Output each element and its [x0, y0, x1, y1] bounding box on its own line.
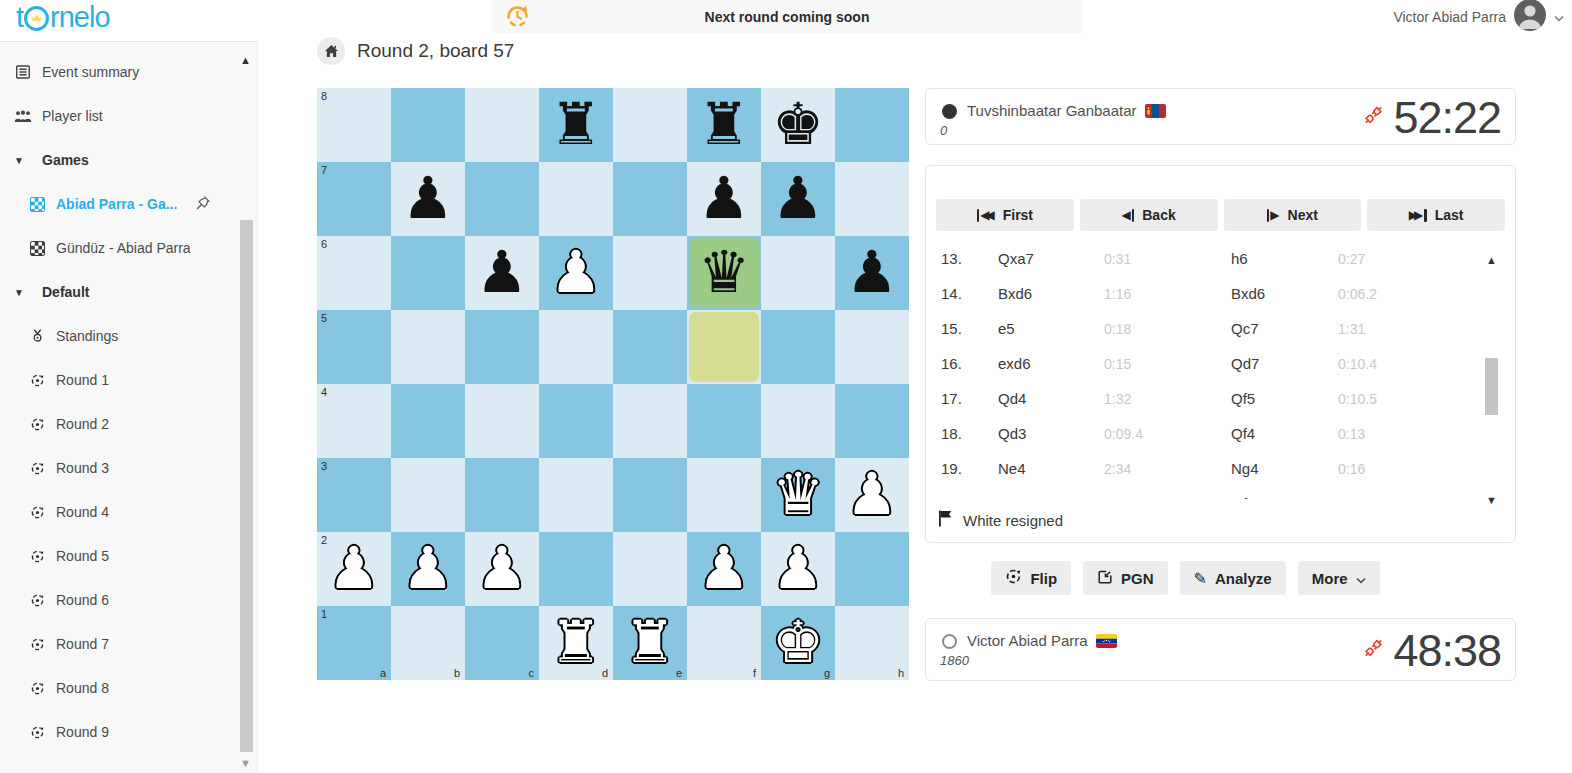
chevron-down-icon	[1554, 8, 1564, 26]
mongolia-flag-icon	[1145, 104, 1166, 118]
square-a5[interactable]: 5	[317, 310, 391, 384]
black-move[interactable]: Ng4	[1231, 460, 1338, 477]
move-number: 15.	[941, 320, 998, 337]
game-panel: Tuvshinbaatar Ganbaatar 0	[925, 88, 1516, 681]
black-move-time: 0:06.2	[1338, 286, 1505, 302]
scroll-down-icon[interactable]: ▼	[240, 757, 251, 769]
white-move[interactable]: Bxd6	[998, 285, 1104, 302]
sidebar-section-default[interactable]: ▼ Default	[0, 270, 257, 314]
sidebar-item-round-3[interactable]: Round 3	[0, 446, 257, 490]
file-label: h	[898, 667, 904, 679]
pgn-button[interactable]: PGN	[1083, 561, 1168, 595]
white-player-rating: 1860	[940, 653, 969, 668]
white-move-time: 0:09.4	[1104, 426, 1231, 442]
white-move[interactable]: Qd3	[998, 425, 1104, 442]
file-label: g	[824, 667, 830, 679]
rank-label: 6	[321, 238, 327, 250]
sidebar-item-round-8[interactable]: Round 8	[0, 666, 257, 710]
sidebar-item-round-6[interactable]: Round 6	[0, 578, 257, 622]
more-button[interactable]: More	[1298, 561, 1380, 595]
square-c7[interactable]	[465, 162, 539, 236]
square-d6[interactable]: ♟	[539, 236, 613, 310]
square-d4[interactable]	[539, 384, 613, 458]
square-e8[interactable]	[613, 88, 687, 162]
white-pawn-d6: ♟	[539, 236, 613, 310]
black-pawn-b7: ♟	[391, 162, 465, 236]
black-move[interactable]: Bxd6	[1231, 285, 1338, 302]
square-a3[interactable]: 3	[317, 458, 391, 532]
black-player-rating: 0	[940, 123, 947, 138]
move-row: 19.Ne42:34Ng40:16	[936, 451, 1505, 486]
move-row: 14.Bxd61:16Bxd60:06.2	[936, 276, 1505, 311]
move-number: 19.	[941, 460, 998, 477]
black-rook-d8: ♜	[539, 88, 613, 162]
square-a8[interactable]: 8	[317, 88, 391, 162]
black-move-time: 0:48	[1338, 496, 1505, 500]
square-h5[interactable]	[835, 310, 909, 384]
scrollbar-thumb[interactable]	[1485, 358, 1498, 415]
square-e2[interactable]	[613, 532, 687, 606]
back-icon: ◀	[1122, 209, 1135, 222]
move-number: 20.	[941, 495, 998, 499]
white-move-time: 1:32	[1104, 391, 1231, 407]
black-player-name: Tuvshinbaatar Ganbaatar	[967, 102, 1166, 119]
square-b6[interactable]	[391, 236, 465, 310]
black-move[interactable]: h6	[1231, 250, 1338, 267]
first-icon: ◀◀	[977, 209, 995, 222]
square-b2[interactable]: ♟	[391, 532, 465, 606]
square-h7[interactable]	[835, 162, 909, 236]
round-icon	[28, 681, 46, 696]
event-summary-icon	[14, 64, 32, 80]
round-icon	[28, 549, 46, 564]
square-c8[interactable]	[465, 88, 539, 162]
black-pawn-f7: ♟	[687, 162, 761, 236]
move-row: 18.Qd30:09.4Qf40:13	[936, 416, 1505, 451]
action-buttons: Flip PGN ✎ Analyze More	[890, 561, 1481, 595]
user-menu[interactable]: Victor Abiad Parra	[1393, 0, 1564, 33]
medal-icon	[28, 328, 46, 344]
scroll-up-icon[interactable]: ▲	[240, 54, 251, 66]
square-a6[interactable]: 6	[317, 236, 391, 310]
square-h3[interactable]: ♟	[835, 458, 909, 532]
white-move-time: 0:31	[1104, 251, 1231, 267]
square-g8[interactable]: ♚	[761, 88, 835, 162]
page: trnelo Next round coming soon Victor Abi…	[0, 0, 1572, 773]
square-d7[interactable]	[539, 162, 613, 236]
square-b8[interactable]	[391, 88, 465, 162]
square-g7[interactable]: ♟	[761, 162, 835, 236]
avatar[interactable]	[1514, 0, 1546, 35]
square-f2[interactable]: ♟	[687, 532, 761, 606]
banner-text: Next round coming soon	[705, 9, 870, 25]
square-d3[interactable]	[539, 458, 613, 532]
pin-icon[interactable]	[195, 195, 211, 214]
square-f6[interactable]: ♛	[687, 236, 761, 310]
white-clock-time: 48:38	[1393, 627, 1501, 672]
user-name: Victor Abiad Parra	[1393, 9, 1506, 25]
black-move[interactable]: Qf5	[1231, 390, 1338, 407]
white-player-card: Victor Abiad Parra 1860	[925, 618, 1516, 681]
white-pawn-f2: ♟	[687, 532, 761, 606]
white-pawn-a2: ♟	[317, 532, 391, 606]
triangle-expanded-icon: ▼	[14, 287, 32, 298]
square-a1[interactable]: 1a	[317, 606, 391, 680]
file-label: b	[454, 667, 460, 679]
round-icon	[28, 461, 46, 476]
next-icon: ▶	[1267, 209, 1280, 222]
black-pawn-h6: ♟	[835, 236, 909, 310]
player-list-icon	[14, 110, 32, 123]
square-c2[interactable]: ♟	[465, 532, 539, 606]
square-d8[interactable]: ♜	[539, 88, 613, 162]
pgn-export-icon	[1097, 569, 1113, 588]
square-e6[interactable]	[613, 236, 687, 310]
game-result: White resigned	[938, 510, 1063, 530]
flip-icon	[1005, 568, 1022, 588]
square-f1[interactable]: f	[687, 606, 761, 680]
analyze-button[interactable]: ✎ Analyze	[1180, 561, 1286, 595]
sidebar-item-game-abiad-parra-ganbaatar[interactable]: Abiad Parra - Ga...	[0, 182, 257, 226]
sidebar-item-event-summary[interactable]: Event summary	[0, 50, 257, 94]
last-move-highlight	[689, 312, 759, 382]
black-move-time: 0:10.5	[1338, 391, 1505, 407]
square-h6[interactable]: ♟	[835, 236, 909, 310]
next-round-banner: Next round coming soon	[492, 0, 1082, 33]
rank-label: 7	[321, 164, 327, 176]
chess-board: 8♜♜♚7♟♟♟6♟♟♛♟543♛♟2♟♟♟♟♟1abcd♜e♜fg♚h	[317, 88, 909, 680]
white-move-time: 0:18	[1104, 321, 1231, 337]
sidebar-scrollbar[interactable]: ▲ ▼	[239, 42, 254, 773]
square-b4[interactable]	[391, 384, 465, 458]
move-navigation: ◀◀ First ◀ Back ▶ Next ▶▶ Last	[936, 186, 1505, 231]
refresh-clock-icon	[504, 3, 531, 34]
venezuela-flag-icon	[1096, 634, 1117, 648]
rank-label: 3	[321, 460, 327, 472]
result-text: White resigned	[963, 512, 1063, 529]
sidebar-item-round-1[interactable]: Round 1	[0, 358, 257, 402]
first-move-button[interactable]: ◀◀ First	[936, 199, 1074, 231]
sidebar-item-round-5[interactable]: Round 5	[0, 534, 257, 578]
black-move[interactable]: Qf4	[1231, 425, 1338, 442]
square-h1[interactable]: h	[835, 606, 909, 680]
square-g1[interactable]: g♚	[761, 606, 835, 680]
move-row: 20.Qg33:44Qf50:48	[936, 486, 1505, 499]
round-icon	[28, 637, 46, 652]
sidebar: Event summary Player list ▼ Games Abiad …	[0, 41, 258, 773]
moves-card: ◀◀ First ◀ Back ▶ Next ▶▶ Last 13.Qxa70:…	[925, 165, 1516, 543]
black-clock: 52:22	[1362, 94, 1501, 139]
square-b5[interactable]	[391, 310, 465, 384]
white-pawn-h3: ♟	[835, 458, 909, 532]
black-king-g8: ♚	[761, 88, 835, 162]
next-move-button[interactable]: ▶ Next	[1224, 199, 1362, 231]
square-g6[interactable]	[761, 236, 835, 310]
black-move-time: 0:16	[1338, 461, 1505, 477]
disconnected-icon	[1362, 636, 1385, 663]
last-icon: ▶▶	[1409, 209, 1427, 222]
scroll-up-icon[interactable]: ▲	[1486, 254, 1497, 266]
black-move-time: 1:31	[1338, 321, 1505, 337]
chessboard-icon	[28, 197, 46, 212]
disconnected-icon	[1362, 103, 1385, 130]
square-d2[interactable]	[539, 532, 613, 606]
pencil-icon: ✎	[1194, 569, 1207, 588]
white-move-time: 3:44	[1104, 496, 1231, 500]
square-b3[interactable]	[391, 458, 465, 532]
flag-icon	[938, 510, 953, 530]
white-pawn-g2: ♟	[761, 532, 835, 606]
scroll-down-icon[interactable]: ▼	[1486, 494, 1497, 506]
square-e5[interactable]	[613, 310, 687, 384]
white-queen-g3: ♛	[761, 458, 835, 532]
square-e7[interactable]	[613, 162, 687, 236]
scrollbar-thumb[interactable]	[240, 220, 253, 752]
square-e1[interactable]: e♜	[613, 606, 687, 680]
move-row: 13.Qxa70:31h60:27	[936, 241, 1505, 276]
square-f4[interactable]	[687, 384, 761, 458]
move-number: 18.	[941, 425, 998, 442]
black-player-card: Tuvshinbaatar Ganbaatar 0	[925, 88, 1516, 145]
top-bar: trnelo Next round coming soon Victor Abi…	[0, 0, 1572, 34]
square-a7[interactable]: 7	[317, 162, 391, 236]
square-g5[interactable]	[761, 310, 835, 384]
sidebar-item-standings[interactable]: Standings	[0, 314, 257, 358]
move-row: 15.e50:18Qc71:31	[936, 311, 1505, 346]
square-f8[interactable]: ♜	[687, 88, 761, 162]
file-label: a	[380, 667, 386, 679]
white-move[interactable]: Qg3	[998, 495, 1104, 499]
square-a4[interactable]: 4	[317, 384, 391, 458]
black-move-time: 0:10.4	[1338, 356, 1505, 372]
square-d5[interactable]	[539, 310, 613, 384]
black-move[interactable]: Qd7	[1231, 355, 1338, 372]
white-move[interactable]: Qxa7	[998, 250, 1104, 267]
back-move-button[interactable]: ◀ Back	[1080, 199, 1218, 231]
square-g3[interactable]: ♛	[761, 458, 835, 532]
black-move[interactable]: Qf5	[1231, 495, 1338, 499]
black-pawn-g7: ♟	[761, 162, 835, 236]
square-f7[interactable]: ♟	[687, 162, 761, 236]
file-label: c	[529, 667, 535, 679]
round-icon	[28, 417, 46, 432]
black-color-indicator	[942, 104, 957, 119]
square-c1[interactable]: c	[465, 606, 539, 680]
tornelo-logo[interactable]: trnelo	[16, 0, 110, 34]
square-f3[interactable]	[687, 458, 761, 532]
black-queen-f6: ♛	[687, 236, 761, 310]
square-c3[interactable]	[465, 458, 539, 532]
round-icon	[28, 373, 46, 388]
square-c6[interactable]: ♟	[465, 236, 539, 310]
move-row: 16.exd60:15Qd70:10.4	[936, 346, 1505, 381]
round-icon	[28, 505, 46, 520]
square-h4[interactable]	[835, 384, 909, 458]
white-move[interactable]: Qd4	[998, 390, 1104, 407]
chessboard-icon	[28, 241, 46, 256]
file-label: d	[602, 667, 608, 679]
sidebar-item-round-7[interactable]: Round 7	[0, 622, 257, 666]
rank-label: 2	[321, 534, 327, 546]
move-number: 16.	[941, 355, 998, 372]
move-list-scrollbar[interactable]: ▲ ▼	[1484, 254, 1499, 506]
move-row: 17.Qd41:32Qf50:10.5	[936, 381, 1505, 416]
rank-label: 5	[321, 312, 327, 324]
white-move[interactable]: e5	[998, 320, 1104, 337]
square-e3[interactable]	[613, 458, 687, 532]
white-move-time: 0:15	[1104, 356, 1231, 372]
move-number: 17.	[941, 390, 998, 407]
square-c5[interactable]	[465, 310, 539, 384]
move-list: 13.Qxa70:31h60:2714.Bxd61:16Bxd60:06.215…	[936, 241, 1505, 499]
page-header: Round 2, board 57	[317, 37, 514, 65]
white-move-time: 2:34	[1104, 461, 1231, 477]
rank-label: 4	[321, 386, 327, 398]
round-icon	[28, 725, 46, 740]
page-title: Round 2, board 57	[357, 40, 514, 62]
black-rook-f8: ♜	[687, 88, 761, 162]
last-move-button[interactable]: ▶▶ Last	[1367, 199, 1505, 231]
rank-label: 1	[321, 608, 327, 620]
square-g2[interactable]: ♟	[761, 532, 835, 606]
file-label: f	[753, 667, 756, 679]
black-pawn-c6: ♟	[465, 236, 539, 310]
square-a2[interactable]: 2♟	[317, 532, 391, 606]
square-f5[interactable]	[687, 310, 761, 384]
file-label: e	[676, 667, 682, 679]
black-move-time: 0:27	[1338, 251, 1505, 267]
sidebar-item-round-2[interactable]: Round 2	[0, 402, 257, 446]
sidebar-item-round-4[interactable]: Round 4	[0, 490, 257, 534]
rank-label: 8	[321, 90, 327, 102]
square-c4[interactable]	[465, 384, 539, 458]
sidebar-item-player-list[interactable]: Player list	[0, 94, 257, 138]
white-move[interactable]: exd6	[998, 355, 1104, 372]
move-number: 13.	[941, 250, 998, 267]
sidebar-section-games[interactable]: ▼ Games	[0, 138, 257, 182]
sidebar-item-round-9[interactable]: Round 9	[0, 710, 257, 754]
white-player-name: Victor Abiad Parra	[967, 632, 1117, 649]
round-icon	[28, 593, 46, 608]
chevron-down-icon	[1356, 570, 1366, 587]
square-h8[interactable]	[835, 88, 909, 162]
crown-icon	[24, 6, 49, 31]
home-icon[interactable]	[317, 37, 345, 65]
square-b1[interactable]: b	[391, 606, 465, 680]
move-number: 14.	[941, 285, 998, 302]
black-move-time: 0:13	[1338, 426, 1505, 442]
black-clock-time: 52:22	[1393, 94, 1501, 139]
white-pawn-b2: ♟	[391, 532, 465, 606]
white-move-time: 1:16	[1104, 286, 1231, 302]
square-e4[interactable]	[613, 384, 687, 458]
sidebar-item-game-gunduz-abiad-parra[interactable]: Gündüz - Abiad Parra	[0, 226, 257, 270]
square-b7[interactable]: ♟	[391, 162, 465, 236]
triangle-expanded-icon: ▼	[14, 155, 32, 166]
white-clock: 48:38	[1362, 627, 1501, 672]
white-move[interactable]: Ne4	[998, 460, 1104, 477]
white-color-indicator	[942, 634, 957, 649]
square-g4[interactable]	[761, 384, 835, 458]
black-move[interactable]: Qc7	[1231, 320, 1338, 337]
white-pawn-c2: ♟	[465, 532, 539, 606]
square-d1[interactable]: d♜	[539, 606, 613, 680]
flip-button[interactable]: Flip	[991, 561, 1071, 595]
